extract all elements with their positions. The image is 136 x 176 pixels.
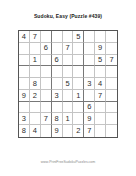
- sudoku-cell-r9c4: 9: [52, 125, 63, 137]
- sudoku-cell-r4c3: [41, 66, 52, 78]
- sudoku-cell-r9c9: [106, 125, 117, 137]
- sudoku-cell-r7c2: [30, 102, 41, 114]
- sudoku-cell-r3c8: 5: [95, 55, 106, 67]
- sudoku-cell-r1c6: 5: [73, 31, 84, 43]
- sudoku-cell-r2c4: [52, 43, 63, 55]
- sudoku-cell-r6c1: 9: [19, 90, 30, 102]
- sudoku-cell-r5c4: [52, 78, 63, 90]
- sudoku-cell-r7c3: [41, 102, 52, 114]
- sudoku-cell-r7c6: [73, 102, 84, 114]
- sudoku-cell-r3c2: 1: [30, 55, 41, 67]
- sudoku-cell-r6c3: [41, 90, 52, 102]
- sudoku-cell-r4c2: [30, 66, 41, 78]
- sudoku-cell-r8c8: [95, 113, 106, 125]
- sudoku-cell-r1c7: [84, 31, 95, 43]
- sudoku-cell-r8c4: 8: [52, 113, 63, 125]
- sudoku-cell-r7c5: [63, 102, 74, 114]
- sudoku-cell-r1c8: [95, 31, 106, 43]
- sudoku-cell-r1c2: 7: [30, 31, 41, 43]
- sudoku-cell-r8c3: 7: [41, 113, 52, 125]
- footer-url: www.PrintFreeSudokuPuzzles.com: [0, 160, 136, 164]
- sudoku-cell-r8c9: [106, 113, 117, 125]
- sudoku-cell-r2c5: 7: [63, 43, 74, 55]
- sudoku-cell-r9c7: 7: [84, 125, 95, 137]
- sudoku-cell-r4c1: [19, 66, 30, 78]
- sudoku-cell-r6c2: 2: [30, 90, 41, 102]
- sudoku-cell-r3c1: [19, 55, 30, 67]
- sudoku-cell-r5c1: [19, 78, 30, 90]
- sudoku-cell-r8c7: 9: [84, 113, 95, 125]
- sudoku-cell-r1c9: [106, 31, 117, 43]
- sudoku-cell-r4c6: [73, 66, 84, 78]
- sudoku-cell-r7c1: [19, 102, 30, 114]
- sudoku-cell-r6c7: [84, 90, 95, 102]
- sudoku-cell-r8c1: 3: [19, 113, 30, 125]
- sudoku-cell-r1c1: 4: [19, 31, 30, 43]
- sudoku-cell-r2c3: 6: [41, 43, 52, 55]
- sudoku-cell-r8c5: 1: [63, 113, 74, 125]
- sudoku-cell-r5c2: 8: [30, 78, 41, 90]
- sudoku-cell-r2c7: [84, 43, 95, 55]
- sudoku-cell-r6c5: [63, 90, 74, 102]
- sudoku-cell-r3c4: 6: [52, 55, 63, 67]
- sudoku-cell-r2c9: [106, 43, 117, 55]
- sudoku-cell-r5c7: 3: [84, 78, 95, 90]
- sudoku-cell-r5c3: [41, 78, 52, 90]
- sudoku-cell-r9c8: [95, 125, 106, 137]
- sudoku-cell-r1c4: [52, 31, 63, 43]
- sudoku-cell-r3c7: [84, 55, 95, 67]
- sudoku-cell-r9c6: 2: [73, 125, 84, 137]
- sudoku-cell-r5c6: [73, 78, 84, 90]
- sudoku-cell-r3c9: 7: [106, 55, 117, 67]
- sudoku-cell-r3c3: [41, 55, 52, 67]
- sudoku-cell-r2c2: [30, 43, 41, 55]
- sudoku-cell-r9c3: [41, 125, 52, 137]
- puzzle-title: Sudoku, Easy (Puzzle #439): [0, 13, 136, 19]
- sudoku-cell-r6c4: 3: [52, 90, 63, 102]
- sudoku-cell-r1c3: [41, 31, 52, 43]
- sudoku-cell-r2c1: [19, 43, 30, 55]
- sudoku-cell-r4c8: [95, 66, 106, 78]
- sudoku-cell-r5c5: 5: [63, 78, 74, 90]
- sudoku-cell-r2c6: [73, 43, 84, 55]
- sudoku-cell-r6c9: [106, 90, 117, 102]
- sudoku-cell-r4c5: [63, 66, 74, 78]
- sudoku-cell-r6c8: 7: [95, 90, 106, 102]
- sudoku-cell-r8c2: [30, 113, 41, 125]
- sudoku-cell-r5c8: 4: [95, 78, 106, 90]
- sudoku-cell-r5c9: [106, 78, 117, 90]
- sudoku-cell-r7c8: [95, 102, 106, 114]
- sudoku-cell-r7c4: [52, 102, 63, 114]
- sudoku-cell-r6c6: 1: [73, 90, 84, 102]
- sudoku-cell-r9c1: 8: [19, 125, 30, 137]
- sudoku-cell-r2c8: 9: [95, 43, 106, 55]
- sudoku-cell-r8c6: [73, 113, 84, 125]
- sudoku-cell-r1c5: [63, 31, 74, 43]
- sudoku-page: Sudoku, Easy (Puzzle #439) 4756791657853…: [0, 0, 136, 176]
- sudoku-board: 475679165785349231763781984927: [18, 30, 118, 138]
- sudoku-cell-r9c2: 4: [30, 125, 41, 137]
- sudoku-cell-r3c6: [73, 55, 84, 67]
- sudoku-cell-r7c9: [106, 102, 117, 114]
- sudoku-cell-r7c7: 6: [84, 102, 95, 114]
- sudoku-cell-r4c4: [52, 66, 63, 78]
- sudoku-cell-r3c5: [63, 55, 74, 67]
- sudoku-cell-r9c5: [63, 125, 74, 137]
- sudoku-cell-r4c9: [106, 66, 117, 78]
- sudoku-cell-r4c7: [84, 66, 95, 78]
